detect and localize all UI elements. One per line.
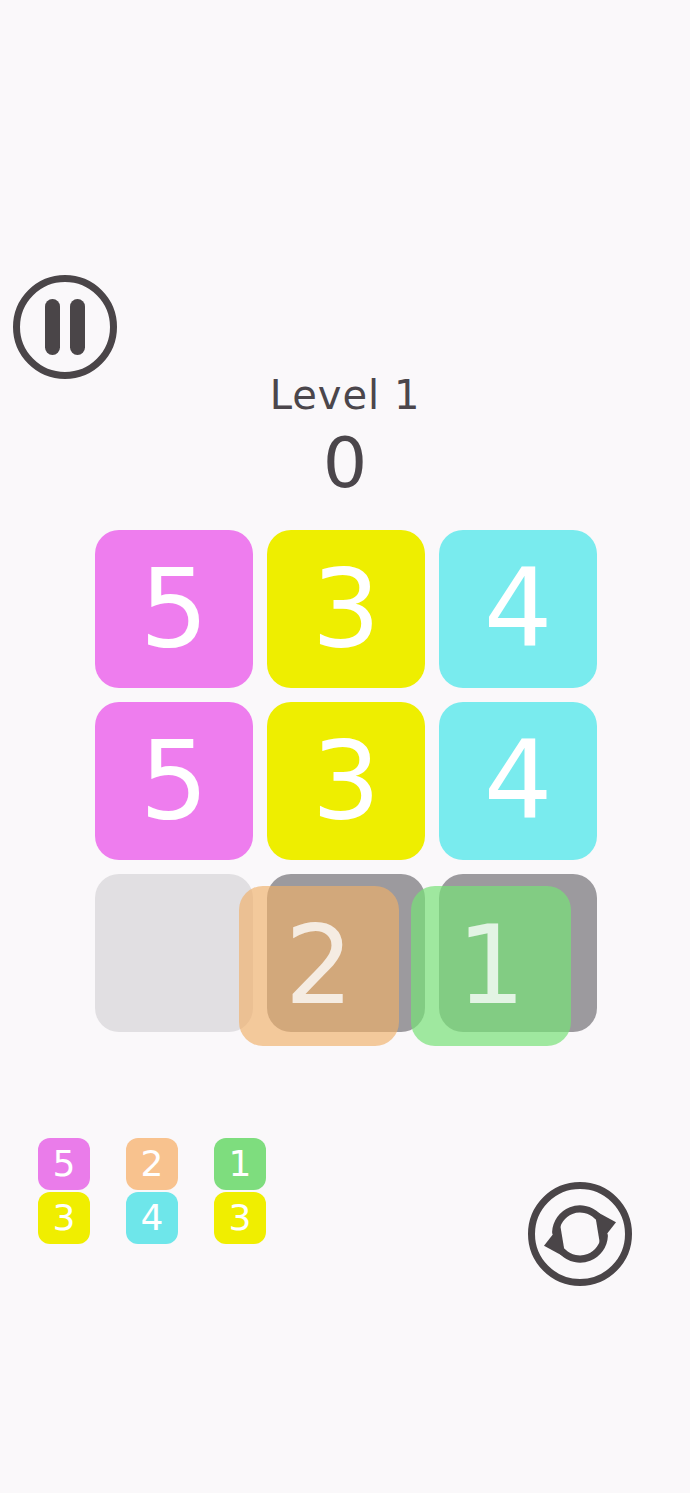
queue-tile: 4 bbox=[126, 1192, 178, 1244]
tile-value: 5 bbox=[140, 727, 209, 835]
board-tile[interactable]: 4 bbox=[439, 530, 597, 688]
board-tile[interactable]: 3 bbox=[267, 702, 425, 860]
board-tile[interactable]: 3 bbox=[267, 530, 425, 688]
board-target-cell: 2 bbox=[267, 874, 425, 1032]
level-label: Level 1 bbox=[0, 372, 690, 418]
queue-tile-value: 3 bbox=[229, 1200, 252, 1236]
tile-value: 4 bbox=[484, 727, 553, 835]
queue-tile-value: 3 bbox=[53, 1200, 76, 1236]
queue-tile: 3 bbox=[38, 1192, 90, 1244]
pause-bar-right bbox=[70, 299, 85, 355]
score-value: 0 bbox=[0, 428, 690, 498]
queue-tile-value: 4 bbox=[141, 1200, 164, 1236]
tile-value: 3 bbox=[312, 555, 381, 663]
queue-tile: 2 bbox=[126, 1138, 178, 1190]
tile-value: 5 bbox=[140, 555, 209, 663]
queue-tile: 1 bbox=[214, 1138, 266, 1190]
queue-tile-value: 5 bbox=[53, 1146, 76, 1182]
pause-icon bbox=[45, 299, 85, 355]
tile-value: 4 bbox=[484, 555, 553, 663]
dragged-tile[interactable]: 2 bbox=[239, 886, 399, 1046]
board-tile[interactable]: 5 bbox=[95, 702, 253, 860]
queue-tile-value: 2 bbox=[141, 1146, 164, 1182]
board-grid: 5 3 4 5 3 4 2 1 bbox=[95, 530, 597, 1032]
queue-tile: 5 bbox=[38, 1138, 90, 1190]
dragged-tile[interactable]: 1 bbox=[411, 886, 571, 1046]
refresh-button[interactable] bbox=[528, 1182, 632, 1286]
board-tile[interactable]: 4 bbox=[439, 702, 597, 860]
pause-bar-left bbox=[45, 299, 60, 355]
tile-value: 3 bbox=[312, 727, 381, 835]
board-tile[interactable]: 5 bbox=[95, 530, 253, 688]
queue-tile: 3 bbox=[214, 1192, 266, 1244]
board-empty-cell bbox=[95, 874, 253, 1032]
tile-value: 2 bbox=[285, 912, 354, 1020]
next-tiles-queue: 5 2 1 3 4 3 bbox=[38, 1138, 266, 1244]
queue-tile-value: 1 bbox=[229, 1146, 252, 1182]
tile-value: 1 bbox=[457, 912, 526, 1020]
pause-button[interactable] bbox=[13, 275, 117, 379]
refresh-icon bbox=[535, 1188, 625, 1280]
board-target-cell: 1 bbox=[439, 874, 597, 1032]
